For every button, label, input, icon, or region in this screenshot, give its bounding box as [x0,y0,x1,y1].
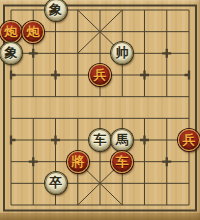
piece-red-soldier-b[interactable]: 兵 [178,129,200,151]
pieces-layer: 象炮炮象帅兵车馬兵將车卒 [0,0,200,220]
piece-red-general[interactable]: 將 [67,151,89,173]
piece-ivory-elephant-b[interactable]: 象 [0,42,22,64]
piece-red-cannon-a[interactable]: 炮 [0,21,22,43]
piece-red-chariot[interactable]: 车 [111,151,133,173]
piece-red-cannon-b[interactable]: 炮 [22,21,44,43]
xiangqi-board: 象炮炮象帅兵车馬兵將车卒 [0,0,200,220]
piece-ivory-horse[interactable]: 馬 [111,129,133,151]
piece-red-soldier-a[interactable]: 兵 [89,64,111,86]
piece-ivory-chariot[interactable]: 车 [89,129,111,151]
piece-ivory-general[interactable]: 帅 [111,42,133,64]
xiangqi-app: 象炮炮象帅兵车馬兵將车卒 [0,0,200,220]
piece-ivory-soldier[interactable]: 卒 [45,172,67,194]
piece-ivory-elephant-a[interactable]: 象 [45,0,67,21]
